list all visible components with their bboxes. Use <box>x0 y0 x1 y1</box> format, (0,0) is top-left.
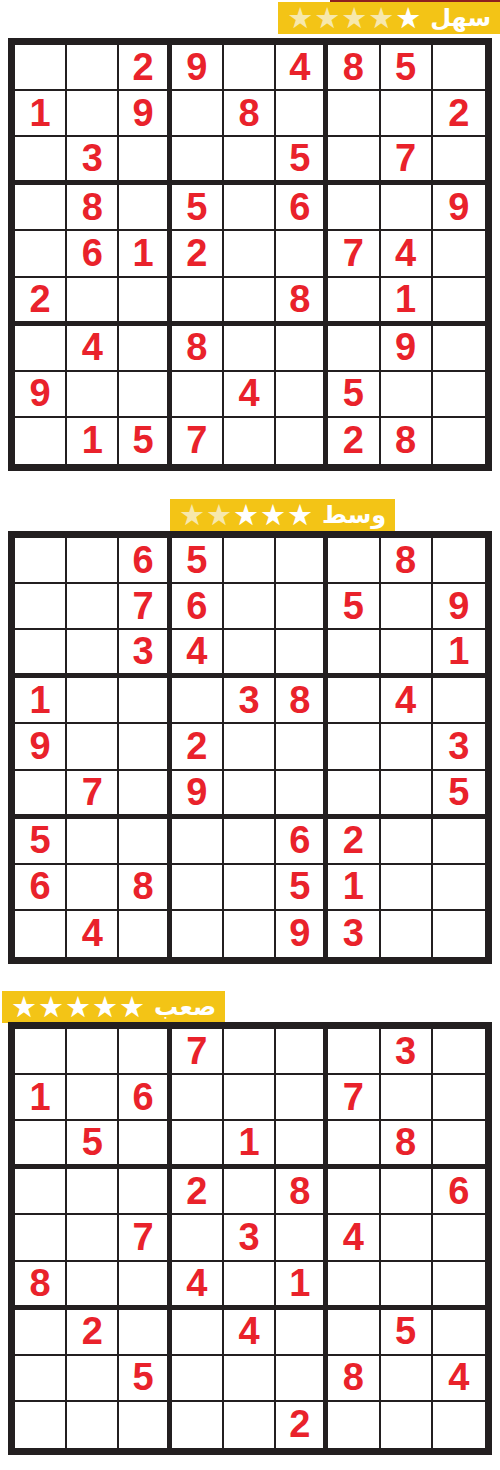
sudoku-cell-r4c5[interactable] <box>224 185 276 231</box>
sudoku-cell-r1c7[interactable] <box>328 1029 380 1075</box>
sudoku-cell-r4c6[interactable]: 8 <box>276 1169 328 1215</box>
sudoku-cell-r4c9[interactable]: 9 <box>433 185 485 231</box>
star-filled-icon: ★ <box>38 992 65 1022</box>
sudoku-cell-r6c9[interactable]: 5 <box>433 771 485 819</box>
sudoku-cell-r9c8[interactable] <box>381 911 433 957</box>
sudoku-cell-r7c4[interactable] <box>172 819 224 865</box>
sudoku-cell-r7c8[interactable]: 9 <box>381 326 433 372</box>
sudoku-cell-r1c1[interactable] <box>15 538 67 584</box>
sudoku-cell-r2c2[interactable] <box>67 1075 119 1121</box>
sudoku-cell-r3c3[interactable]: 3 <box>119 630 171 678</box>
sudoku-cell-r3c9[interactable]: 1 <box>433 630 485 678</box>
sudoku-cell-r8c2[interactable] <box>67 1356 119 1402</box>
sudoku-cell-r7c7[interactable] <box>328 1310 380 1356</box>
sudoku-cell-r5c1[interactable]: 9 <box>15 724 67 770</box>
sudoku-cell-r4c2[interactable]: 8 <box>67 185 119 231</box>
sudoku-cell-r9c4[interactable] <box>172 911 224 957</box>
sudoku-cell-r2c8[interactable] <box>381 1075 433 1121</box>
sudoku-cell-r2c6[interactable] <box>276 584 328 630</box>
sudoku-cell-r2c8[interactable] <box>381 584 433 630</box>
sudoku-cell-r8c5[interactable] <box>224 865 276 911</box>
sudoku-cell-r5c3[interactable] <box>119 724 171 770</box>
sudoku-cell-r6c5[interactable] <box>224 278 276 326</box>
sudoku-cell-r6c6[interactable]: 8 <box>276 278 328 326</box>
sudoku-cell-r7c3[interactable] <box>119 819 171 865</box>
sudoku-cell-r6c1[interactable] <box>15 771 67 819</box>
sudoku-cell-r3c2[interactable]: 3 <box>67 137 119 185</box>
sudoku-cell-r8c1[interactable]: 6 <box>15 865 67 911</box>
sudoku-cell-r1c4[interactable]: 5 <box>172 538 224 584</box>
sudoku-cell-r7c9[interactable] <box>433 819 485 865</box>
star-faded-icon: ★ <box>287 3 314 33</box>
sudoku-cell-r7c2[interactable]: 2 <box>67 1310 119 1356</box>
sudoku-cell-r6c7[interactable] <box>328 278 380 326</box>
sudoku-cell-r5c2[interactable]: 6 <box>67 231 119 277</box>
sudoku-cell-r5c3[interactable]: 7 <box>119 1215 171 1261</box>
sudoku-cell-r9c4[interactable] <box>172 1402 224 1448</box>
sudoku-cell-r7c5[interactable] <box>224 819 276 865</box>
sudoku-cell-r8c3[interactable]: 5 <box>119 1356 171 1402</box>
sudoku-cell-r5c4[interactable] <box>172 1215 224 1261</box>
sudoku-cell-r2c1[interactable]: 1 <box>15 1075 67 1121</box>
sudoku-cell-r8c2[interactable] <box>67 865 119 911</box>
sudoku-board-easy[interactable]: 29485198235785696127428148994515728 <box>8 38 492 471</box>
sudoku-cell-r8c8[interactable] <box>381 865 433 911</box>
sudoku-cell-r7c4[interactable] <box>172 1310 224 1356</box>
sudoku-cell-r1c4[interactable]: 9 <box>172 45 224 91</box>
sudoku-cell-r1c9[interactable] <box>433 45 485 91</box>
sudoku-cell-r9c3[interactable] <box>119 911 171 957</box>
sudoku-cell-r5c1[interactable] <box>15 231 67 277</box>
difficulty-label-medium: وسط <box>322 500 386 530</box>
sudoku-cell-r2c1[interactable] <box>15 584 67 630</box>
sudoku-cell-r9c7[interactable] <box>328 1402 380 1448</box>
sudoku-cell-r9c6[interactable]: 2 <box>276 1402 328 1448</box>
sudoku-cell-r1c5[interactable] <box>224 45 276 91</box>
star-filled-icon: ★ <box>260 500 287 530</box>
sudoku-cell-r1c5[interactable] <box>224 538 276 584</box>
sudoku-cell-r4c2[interactable] <box>67 1169 119 1215</box>
sudoku-cell-r1c2[interactable] <box>67 538 119 584</box>
sudoku-cell-r8c1[interactable]: 9 <box>15 372 67 418</box>
sudoku-cell-r5c9[interactable]: 3 <box>433 724 485 770</box>
sudoku-cell-r8c9[interactable]: 4 <box>433 1356 485 1402</box>
sudoku-cell-r7c6[interactable]: 6 <box>276 819 328 865</box>
sudoku-cell-r3c7[interactable] <box>328 630 380 678</box>
sudoku-cell-r1c8[interactable]: 8 <box>381 538 433 584</box>
sudoku-cell-r9c6[interactable] <box>276 418 328 464</box>
sudoku-cell-r8c9[interactable] <box>433 372 485 418</box>
sudoku-cell-r3c9[interactable] <box>433 1121 485 1169</box>
sudoku-cell-r1c8[interactable]: 5 <box>381 45 433 91</box>
sudoku-cell-r4c3[interactable] <box>119 678 171 724</box>
sudoku-cell-r2c3[interactable]: 9 <box>119 91 171 137</box>
star-filled-icon: ★ <box>395 3 422 33</box>
sudoku-cell-r5c2[interactable] <box>67 1215 119 1261</box>
sudoku-cell-r5c2[interactable] <box>67 724 119 770</box>
sudoku-cell-r7c3[interactable] <box>119 326 171 372</box>
sudoku-cell-r1c9[interactable] <box>433 538 485 584</box>
sudoku-cell-r7c7[interactable]: 2 <box>328 819 380 865</box>
sudoku-cell-r7c8[interactable]: 5 <box>381 1310 433 1356</box>
sudoku-cell-r8c5[interactable]: 4 <box>224 372 276 418</box>
sudoku-cell-r2c3[interactable]: 7 <box>119 584 171 630</box>
sudoku-cell-r4c1[interactable] <box>15 1169 67 1215</box>
sudoku-cell-r8c6[interactable] <box>276 1356 328 1402</box>
sudoku-cell-r5c1[interactable] <box>15 1215 67 1261</box>
sudoku-cell-r1c3[interactable]: 6 <box>119 538 171 584</box>
sudoku-cell-r4c7[interactable] <box>328 185 380 231</box>
difficulty-banner-easy: ★★★★★ سهل <box>278 2 500 34</box>
sudoku-cell-r9c7[interactable]: 3 <box>328 911 380 957</box>
sudoku-cell-r1c1[interactable] <box>15 45 67 91</box>
sudoku-cell-r1c2[interactable] <box>67 45 119 91</box>
sudoku-cell-r6c3[interactable] <box>119 771 171 819</box>
sudoku-cell-r3c4[interactable]: 4 <box>172 630 224 678</box>
sudoku-cell-r1c2[interactable] <box>67 1029 119 1075</box>
star-filled-icon: ★ <box>65 992 92 1022</box>
sudoku-cell-r8c3[interactable]: 8 <box>119 865 171 911</box>
sudoku-cell-r3c8[interactable] <box>381 630 433 678</box>
sudoku-cell-r4c3[interactable] <box>119 1169 171 1215</box>
sudoku-cell-r5c6[interactable] <box>276 724 328 770</box>
sudoku-cell-r6c4[interactable] <box>172 278 224 326</box>
sudoku-cell-r8c4[interactable] <box>172 1356 224 1402</box>
sudoku-cell-r6c9[interactable] <box>433 1262 485 1310</box>
sudoku-cell-r7c1[interactable] <box>15 326 67 372</box>
sudoku-cell-r8c1[interactable] <box>15 1356 67 1402</box>
sudoku-cell-r7c5[interactable]: 4 <box>224 1310 276 1356</box>
sudoku-cell-r6c1[interactable]: 2 <box>15 278 67 326</box>
sudoku-cell-r8c8[interactable] <box>381 372 433 418</box>
difficulty-banner-hard: ★★★★★ صعب <box>2 991 225 1023</box>
sudoku-cell-r9c2[interactable]: 4 <box>67 911 119 957</box>
sudoku-cell-r2c9[interactable]: 2 <box>433 91 485 137</box>
difficulty-label-hard: صعب <box>154 992 216 1022</box>
sudoku-cell-r5c8[interactable]: 4 <box>381 231 433 277</box>
star-faded-icon: ★ <box>179 500 206 530</box>
sudoku-cell-r9c3[interactable]: 5 <box>119 418 171 464</box>
sudoku-cell-r4c4[interactable]: 5 <box>172 185 224 231</box>
sudoku-cell-r5c6[interactable] <box>276 1215 328 1261</box>
sudoku-cell-r5c8[interactable] <box>381 1215 433 1261</box>
sudoku-cell-r8c6[interactable] <box>276 372 328 418</box>
sudoku-cell-r3c7[interactable] <box>328 1121 380 1169</box>
star-faded-icon: ★ <box>314 3 341 33</box>
sudoku-cell-r9c1[interactable] <box>15 1402 67 1448</box>
sudoku-cell-r8c7[interactable]: 5 <box>328 372 380 418</box>
sudoku-cell-r7c5[interactable] <box>224 326 276 372</box>
sudoku-cell-r7c2[interactable] <box>67 819 119 865</box>
sudoku-cell-r5c3[interactable]: 1 <box>119 231 171 277</box>
sudoku-cell-r6c4[interactable]: 9 <box>172 771 224 819</box>
star-filled-icon: ★ <box>119 992 146 1022</box>
sudoku-cell-r7c3[interactable] <box>119 1310 171 1356</box>
sudoku-cell-r5c5[interactable] <box>224 724 276 770</box>
sudoku-cell-r4c7[interactable] <box>328 678 380 724</box>
sudoku-cell-r3c4[interactable] <box>172 137 224 185</box>
sudoku-cell-r9c1[interactable] <box>15 911 67 957</box>
sudoku-cell-r4c8[interactable] <box>381 185 433 231</box>
sudoku-cell-r6c3[interactable] <box>119 278 171 326</box>
sudoku-cell-r5c6[interactable] <box>276 231 328 277</box>
sudoku-cell-r8c4[interactable] <box>172 372 224 418</box>
sudoku-cell-r4c9[interactable] <box>433 678 485 724</box>
sudoku-cell-r3c1[interactable] <box>15 137 67 185</box>
sudoku-cell-r5c9[interactable] <box>433 1215 485 1261</box>
sudoku-cell-r3c4[interactable] <box>172 1121 224 1169</box>
sudoku-cell-r6c8[interactable]: 1 <box>381 278 433 326</box>
sudoku-cell-r1c6[interactable] <box>276 538 328 584</box>
sudoku-cell-r6c5[interactable] <box>224 1262 276 1310</box>
sudoku-cell-r2c5[interactable]: 8 <box>224 91 276 137</box>
sudoku-cell-r9c7[interactable]: 2 <box>328 418 380 464</box>
sudoku-cell-r8c7[interactable]: 1 <box>328 865 380 911</box>
sudoku-cell-r6c8[interactable] <box>381 771 433 819</box>
sudoku-cell-r6c7[interactable] <box>328 1262 380 1310</box>
sudoku-cell-r9c2[interactable] <box>67 1402 119 1448</box>
sudoku-cell-r8c2[interactable] <box>67 372 119 418</box>
star-filled-icon: ★ <box>233 500 260 530</box>
sudoku-cell-r2c9[interactable] <box>433 1075 485 1121</box>
sudoku-cell-r3c5[interactable] <box>224 630 276 678</box>
sudoku-cell-r1c8[interactable]: 3 <box>381 1029 433 1075</box>
sudoku-cell-r7c6[interactable] <box>276 1310 328 1356</box>
sudoku-cell-r6c6[interactable]: 1 <box>276 1262 328 1310</box>
sudoku-cell-r3c8[interactable]: 8 <box>381 1121 433 1169</box>
sudoku-cell-r9c6[interactable]: 9 <box>276 911 328 957</box>
sudoku-cell-r3c6[interactable]: 5 <box>276 137 328 185</box>
sudoku-cell-r5c7[interactable]: 7 <box>328 231 380 277</box>
sudoku-cell-r4c1[interactable]: 1 <box>15 678 67 724</box>
sudoku-cell-r3c7[interactable] <box>328 137 380 185</box>
sudoku-cell-r1c9[interactable] <box>433 1029 485 1075</box>
sudoku-cell-r9c5[interactable] <box>224 1402 276 1448</box>
sudoku-board-medium[interactable]: 658765934113849237955626851493 <box>8 531 492 964</box>
sudoku-cell-r1c7[interactable] <box>328 538 380 584</box>
sudoku-cell-r6c8[interactable] <box>381 1262 433 1310</box>
sudoku-cell-r9c4[interactable]: 7 <box>172 418 224 464</box>
sudoku-cell-r6c2[interactable]: 7 <box>67 771 119 819</box>
sudoku-cell-r3c1[interactable] <box>15 1121 67 1169</box>
sudoku-cell-r9c2[interactable]: 1 <box>67 418 119 464</box>
sudoku-cell-r4c4[interactable] <box>172 678 224 724</box>
sudoku-cell-r6c3[interactable] <box>119 1262 171 1310</box>
sudoku-cell-r6c2[interactable] <box>67 1262 119 1310</box>
difficulty-stars-hard: ★★★★★ <box>11 992 146 1022</box>
sudoku-cell-r5c4[interactable]: 2 <box>172 724 224 770</box>
sudoku-cell-r7c4[interactable]: 8 <box>172 326 224 372</box>
sudoku-cell-r2c4[interactable] <box>172 1075 224 1121</box>
sudoku-cell-r4c3[interactable] <box>119 185 171 231</box>
sudoku-page: ★★★★★ سهل 294851982357856961274281489945… <box>0 0 500 1470</box>
sudoku-cell-r6c4[interactable]: 4 <box>172 1262 224 1310</box>
sudoku-cell-r8c9[interactable] <box>433 865 485 911</box>
sudoku-cell-r3c3[interactable] <box>119 137 171 185</box>
sudoku-cell-r4c5[interactable] <box>224 1169 276 1215</box>
sudoku-cell-r6c1[interactable]: 8 <box>15 1262 67 1310</box>
sudoku-cell-r4c6[interactable]: 8 <box>276 678 328 724</box>
sudoku-cell-r2c9[interactable]: 9 <box>433 584 485 630</box>
star-filled-icon: ★ <box>287 500 314 530</box>
sudoku-cell-r1c7[interactable]: 8 <box>328 45 380 91</box>
sudoku-cell-r1c4[interactable]: 7 <box>172 1029 224 1075</box>
sudoku-cell-r7c9[interactable] <box>433 326 485 372</box>
difficulty-stars-easy: ★★★★★ <box>287 3 422 33</box>
sudoku-cell-r2c3[interactable]: 6 <box>119 1075 171 1121</box>
sudoku-cell-r5c7[interactable]: 4 <box>328 1215 380 1261</box>
sudoku-cell-r6c9[interactable] <box>433 278 485 326</box>
sudoku-cell-r2c1[interactable]: 1 <box>15 91 67 137</box>
sudoku-cell-r8c3[interactable] <box>119 372 171 418</box>
sudoku-cell-r4c5[interactable]: 3 <box>224 678 276 724</box>
sudoku-cell-r3c2[interactable]: 5 <box>67 1121 119 1169</box>
sudoku-cell-r2c2[interactable] <box>67 91 119 137</box>
star-filled-icon: ★ <box>11 992 38 1022</box>
sudoku-cell-r2c4[interactable]: 6 <box>172 584 224 630</box>
sudoku-cell-r4c4[interactable]: 2 <box>172 1169 224 1215</box>
sudoku-cell-r3c2[interactable] <box>67 630 119 678</box>
sudoku-cell-r2c4[interactable] <box>172 91 224 137</box>
sudoku-cell-r6c2[interactable] <box>67 278 119 326</box>
sudoku-cell-r4c8[interactable]: 4 <box>381 678 433 724</box>
sudoku-cell-r7c8[interactable] <box>381 819 433 865</box>
sudoku-cell-r3c6[interactable] <box>276 1121 328 1169</box>
sudoku-cell-r8c5[interactable] <box>224 1356 276 1402</box>
sudoku-cell-r4c6[interactable]: 6 <box>276 185 328 231</box>
sudoku-cell-r9c9[interactable] <box>433 911 485 957</box>
sudoku-cell-r2c7[interactable] <box>328 91 380 137</box>
sudoku-cell-r2c6[interactable] <box>276 1075 328 1121</box>
difficulty-label-easy: سهل <box>430 3 491 33</box>
sudoku-cell-r8c8[interactable] <box>381 1356 433 1402</box>
sudoku-cell-r2c5[interactable] <box>224 584 276 630</box>
sudoku-cell-r7c1[interactable]: 5 <box>15 819 67 865</box>
sudoku-cell-r4c2[interactable] <box>67 678 119 724</box>
sudoku-cell-r3c8[interactable]: 7 <box>381 137 433 185</box>
sudoku-cell-r9c9[interactable] <box>433 418 485 464</box>
star-faded-icon: ★ <box>368 3 395 33</box>
sudoku-cell-r4c1[interactable] <box>15 185 67 231</box>
sudoku-cell-r1c5[interactable] <box>224 1029 276 1075</box>
sudoku-cell-r1c3[interactable] <box>119 1029 171 1075</box>
sudoku-cell-r7c2[interactable]: 4 <box>67 326 119 372</box>
sudoku-cell-r7c9[interactable] <box>433 1310 485 1356</box>
sudoku-cell-r7c7[interactable] <box>328 326 380 372</box>
sudoku-cell-r2c7[interactable]: 7 <box>328 1075 380 1121</box>
sudoku-cell-r1c3[interactable]: 2 <box>119 45 171 91</box>
sudoku-cell-r5c5[interactable]: 3 <box>224 1215 276 1261</box>
sudoku-cell-r6c5[interactable] <box>224 771 276 819</box>
sudoku-cell-r6c7[interactable] <box>328 771 380 819</box>
sudoku-cell-r3c5[interactable] <box>224 137 276 185</box>
sudoku-cell-r5c4[interactable]: 2 <box>172 231 224 277</box>
sudoku-cell-r3c5[interactable]: 1 <box>224 1121 276 1169</box>
sudoku-cell-r4c7[interactable] <box>328 1169 380 1215</box>
star-faded-icon: ★ <box>206 500 233 530</box>
sudoku-cell-r5c7[interactable] <box>328 724 380 770</box>
sudoku-cell-r1c6[interactable]: 4 <box>276 45 328 91</box>
sudoku-cell-r3c3[interactable] <box>119 1121 171 1169</box>
sudoku-cell-r8c6[interactable]: 5 <box>276 865 328 911</box>
sudoku-cell-r9c5[interactable] <box>224 911 276 957</box>
sudoku-cell-r4c8[interactable] <box>381 1169 433 1215</box>
sudoku-cell-r2c8[interactable] <box>381 91 433 137</box>
sudoku-cell-r8c7[interactable]: 8 <box>328 1356 380 1402</box>
sudoku-cell-r7c6[interactable] <box>276 326 328 372</box>
sudoku-cell-r9c1[interactable] <box>15 418 67 464</box>
sudoku-cell-r3c6[interactable] <box>276 630 328 678</box>
sudoku-cell-r5c5[interactable] <box>224 231 276 277</box>
sudoku-cell-r3c9[interactable] <box>433 137 485 185</box>
sudoku-cell-r2c5[interactable] <box>224 1075 276 1121</box>
sudoku-cell-r2c6[interactable] <box>276 91 328 137</box>
sudoku-cell-r9c8[interactable] <box>381 1402 433 1448</box>
sudoku-cell-r4c9[interactable]: 6 <box>433 1169 485 1215</box>
sudoku-cell-r2c2[interactable] <box>67 584 119 630</box>
sudoku-cell-r1c1[interactable] <box>15 1029 67 1075</box>
difficulty-banner-medium: ★★★★★ وسط <box>170 499 395 531</box>
sudoku-cell-r9c3[interactable] <box>119 1402 171 1448</box>
sudoku-cell-r7c1[interactable] <box>15 1310 67 1356</box>
sudoku-cell-r3c1[interactable] <box>15 630 67 678</box>
difficulty-stars-medium: ★★★★★ <box>179 500 314 530</box>
sudoku-board-hard[interactable]: 731675182867348412455842 <box>8 1022 492 1455</box>
sudoku-cell-r9c8[interactable]: 8 <box>381 418 433 464</box>
star-filled-icon: ★ <box>92 992 119 1022</box>
sudoku-cell-r5c8[interactable] <box>381 724 433 770</box>
sudoku-cell-r8c4[interactable] <box>172 865 224 911</box>
sudoku-cell-r9c5[interactable] <box>224 418 276 464</box>
sudoku-cell-r6c6[interactable] <box>276 771 328 819</box>
sudoku-cell-r9c9[interactable] <box>433 1402 485 1448</box>
sudoku-cell-r2c7[interactable]: 5 <box>328 584 380 630</box>
sudoku-cell-r5c9[interactable] <box>433 231 485 277</box>
star-faded-icon: ★ <box>341 3 368 33</box>
sudoku-cell-r1c6[interactable] <box>276 1029 328 1075</box>
